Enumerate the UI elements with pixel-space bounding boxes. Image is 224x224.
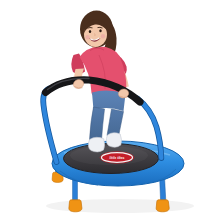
child-sock-left <box>88 137 104 152</box>
child-head <box>80 11 113 48</box>
foot-front-left <box>69 200 82 212</box>
child-blush-left <box>85 35 89 39</box>
child-eye-right <box>99 29 101 32</box>
floor-shadow <box>46 199 194 213</box>
child-jeans-left-leg <box>90 107 105 140</box>
child-jeans-right-leg <box>107 109 124 137</box>
child-eye-left <box>89 30 91 33</box>
brand-logo: little tikes <box>100 152 134 163</box>
product-photo: little tikes <box>0 0 224 224</box>
logo-text: little tikes <box>109 156 124 160</box>
child-blush-right <box>101 34 105 38</box>
child-sock-right <box>106 133 121 148</box>
foot-front-right <box>156 200 169 212</box>
trampoline: little tikes <box>52 141 184 186</box>
